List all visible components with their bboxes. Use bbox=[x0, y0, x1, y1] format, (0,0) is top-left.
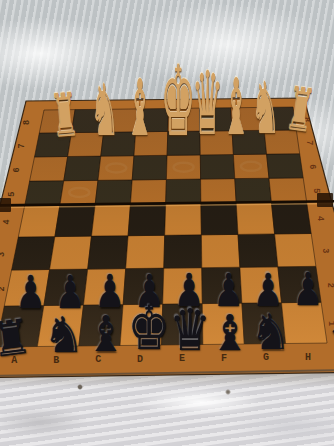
piece-white-bishop-c8[interactable]: ♝ bbox=[125, 69, 154, 147]
piece-black-king-d1[interactable]: ♚ bbox=[128, 298, 171, 359]
piece-white-king-d8[interactable]: ♚ bbox=[161, 52, 196, 150]
piece-black-queen-e1[interactable]: ♛ bbox=[170, 301, 211, 359]
piece-white-rook-h8[interactable]: ♜ bbox=[283, 78, 318, 141]
piece-black-bishop-c1[interactable]: ♝ bbox=[86, 310, 125, 359]
piece-black-rook-a1[interactable]: ♜ bbox=[0, 312, 34, 364]
piece-white-knight-g8[interactable]: ♞ bbox=[251, 72, 281, 144]
piece-white-knight-b8[interactable]: ♞ bbox=[90, 74, 120, 146]
piece-white-bishop-f8[interactable]: ♝ bbox=[222, 67, 251, 145]
piece-black-knight-b1[interactable]: ♞ bbox=[44, 310, 85, 359]
piece-black-pawn-h2[interactable]: ♟ bbox=[293, 266, 323, 312]
piece-black-rook-h1[interactable]: ♜ bbox=[322, 299, 334, 361]
piece-black-knight-g1[interactable]: ♞ bbox=[250, 308, 291, 357]
photo-scene: ABCDEFGH1122334455667788 ♜♞♝♚♛♝♞♜♟♟♟♟♟♟♟… bbox=[0, 0, 334, 446]
piece-white-rook-a8[interactable]: ♜ bbox=[49, 84, 81, 146]
piece-white-queen-e8[interactable]: ♛ bbox=[192, 60, 224, 148]
pieces-layer: ♜♞♝♚♛♝♞♜♟♟♟♟♟♟♟♟♜♞♝♚♛♝♞♜ bbox=[0, 0, 334, 446]
piece-black-bishop-f1[interactable]: ♝ bbox=[211, 308, 250, 357]
